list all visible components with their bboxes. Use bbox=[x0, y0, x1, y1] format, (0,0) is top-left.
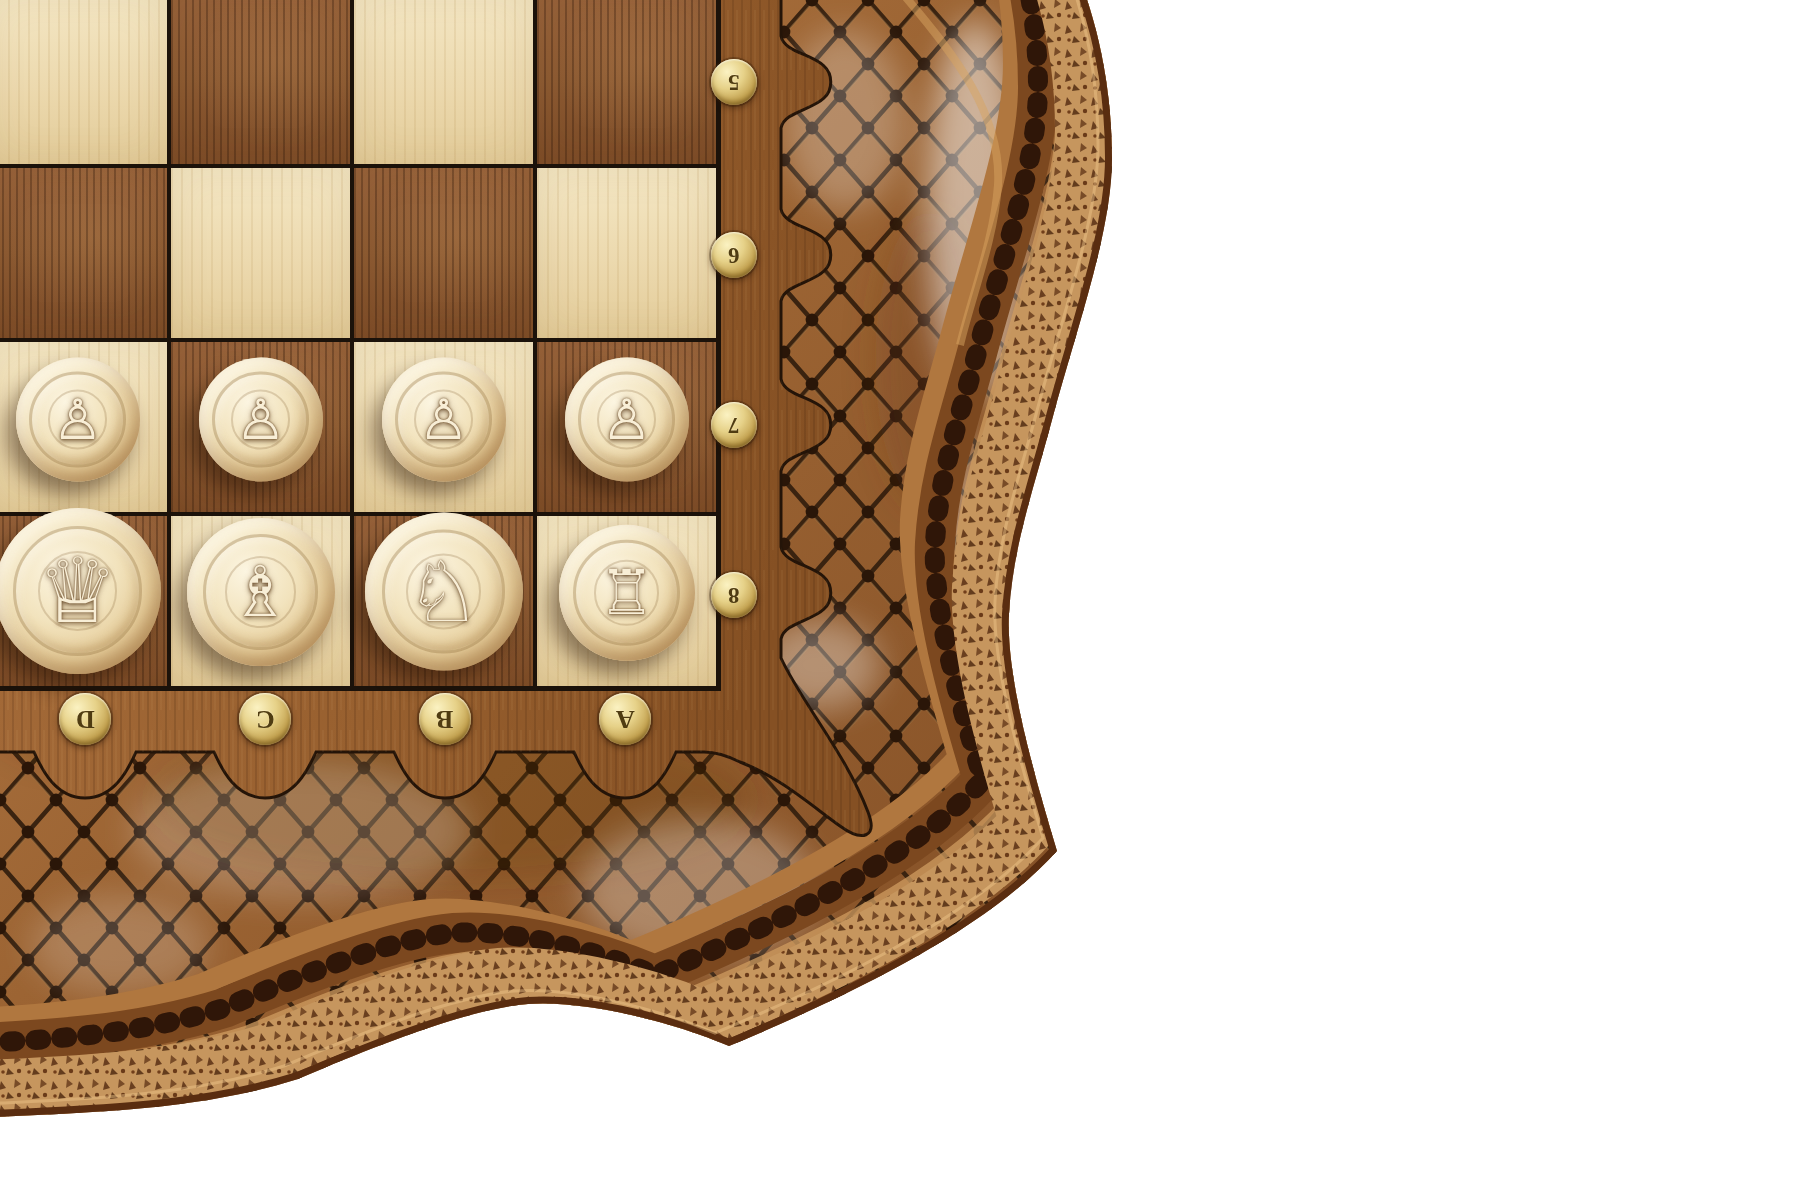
square-c8[interactable]: ♗ bbox=[171, 516, 350, 686]
square-a6[interactable] bbox=[537, 168, 716, 338]
square-b6[interactable] bbox=[354, 168, 533, 338]
square-d6[interactable] bbox=[0, 168, 167, 338]
square-a7[interactable]: ♙ bbox=[537, 342, 716, 512]
piece-white-pawn-b7[interactable]: ♙ bbox=[382, 358, 506, 482]
square-c6[interactable] bbox=[171, 168, 350, 338]
white-rook-glyph: ♖ bbox=[599, 562, 655, 624]
piece-white-bishop-c8[interactable]: ♗ bbox=[187, 518, 335, 666]
piece-white-queen-d8[interactable]: ♕ bbox=[0, 508, 161, 674]
square-b8[interactable]: ♘ bbox=[354, 516, 533, 686]
white-queen-glyph: ♕ bbox=[37, 546, 118, 636]
piece-white-knight-b8[interactable]: ♘ bbox=[365, 513, 523, 671]
white-pawn-glyph: ♙ bbox=[601, 392, 651, 448]
piece-white-pawn-c7[interactable]: ♙ bbox=[199, 358, 323, 482]
square-c7[interactable]: ♙ bbox=[171, 342, 350, 512]
piece-white-rook-a8[interactable]: ♖ bbox=[559, 525, 695, 661]
square-d8[interactable]: ♕ bbox=[0, 516, 167, 686]
square-c5[interactable] bbox=[171, 0, 350, 164]
square-d5[interactable] bbox=[0, 0, 167, 164]
square-a5[interactable] bbox=[537, 0, 716, 164]
square-a8[interactable]: ♖ bbox=[537, 516, 716, 686]
white-knight-glyph: ♘ bbox=[406, 550, 481, 634]
white-bishop-glyph: ♗ bbox=[229, 557, 292, 627]
white-pawn-glyph: ♙ bbox=[235, 392, 285, 448]
square-b7[interactable]: ♙ bbox=[354, 342, 533, 512]
piece-white-pawn-a7[interactable]: ♙ bbox=[565, 358, 689, 482]
piece-white-pawn-d7[interactable]: ♙ bbox=[16, 358, 140, 482]
white-pawn-glyph: ♙ bbox=[52, 392, 102, 448]
chessboard: ♙♙♙♙♕♗♘♖ bbox=[0, 0, 721, 691]
square-b5[interactable] bbox=[354, 0, 533, 164]
white-pawn-glyph: ♙ bbox=[418, 392, 468, 448]
photo-canvas: ♙♙♙♙♕♗♘♖ 5678DCBA bbox=[0, 0, 1800, 1200]
square-d7[interactable]: ♙ bbox=[0, 342, 167, 512]
